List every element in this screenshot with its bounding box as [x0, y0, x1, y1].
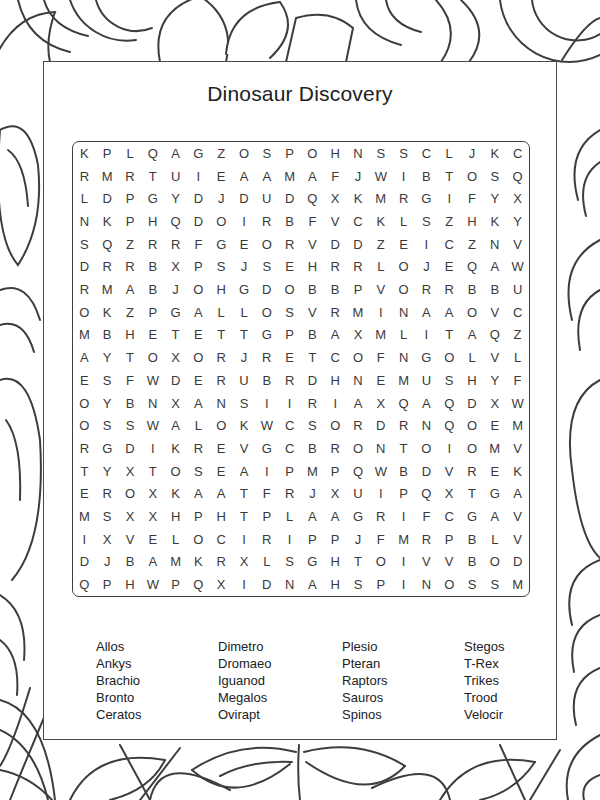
grid-cell[interactable]: E	[483, 460, 506, 483]
grid-cell[interactable]: M	[392, 528, 415, 551]
grid-cell[interactable]: H	[210, 505, 233, 528]
grid-cell[interactable]: G	[415, 187, 438, 210]
grid-cell[interactable]: F	[301, 210, 324, 233]
grid-cell[interactable]: P	[255, 505, 278, 528]
grid-cell[interactable]: S	[73, 233, 96, 256]
grid-cell[interactable]: V	[324, 210, 347, 233]
grid-cell[interactable]: A	[347, 392, 370, 415]
grid-cell[interactable]: K	[369, 210, 392, 233]
grid-cell[interactable]: O	[347, 437, 370, 460]
grid-cell[interactable]: B	[301, 437, 324, 460]
grid-cell[interactable]: Q	[96, 233, 119, 256]
grid-cell[interactable]: Z	[438, 210, 461, 233]
grid-cell[interactable]: Q	[483, 324, 506, 347]
grid-cell[interactable]: H	[324, 369, 347, 392]
grid-cell[interactable]: D	[164, 369, 187, 392]
grid-cell[interactable]: O	[119, 483, 142, 506]
grid-cell[interactable]: J	[210, 187, 233, 210]
grid-cell[interactable]: I	[392, 165, 415, 188]
grid-cell[interactable]: O	[324, 414, 347, 437]
grid-cell[interactable]: U	[506, 278, 529, 301]
grid-cell[interactable]: B	[415, 165, 438, 188]
grid-cell[interactable]: H	[119, 324, 142, 347]
grid-cell[interactable]: S	[461, 573, 484, 596]
grid-cell[interactable]: L	[210, 301, 233, 324]
grid-cell[interactable]: B	[141, 256, 164, 279]
grid-cell[interactable]: Q	[506, 165, 529, 188]
grid-cell[interactable]: A	[506, 483, 529, 506]
grid-cell[interactable]: R	[278, 369, 301, 392]
grid-cell[interactable]: L	[255, 551, 278, 574]
grid-cell[interactable]: L	[506, 346, 529, 369]
grid-cell[interactable]: A	[164, 142, 187, 165]
grid-cell[interactable]: R	[119, 165, 142, 188]
grid-cell[interactable]: P	[96, 573, 119, 596]
grid-cell[interactable]: B	[141, 278, 164, 301]
grid-cell[interactable]: G	[233, 278, 256, 301]
grid-cell[interactable]: R	[324, 256, 347, 279]
grid-cell[interactable]: E	[210, 460, 233, 483]
grid-cell[interactable]: B	[255, 369, 278, 392]
grid-cell[interactable]: R	[415, 528, 438, 551]
grid-cell[interactable]: K	[187, 551, 210, 574]
grid-cell[interactable]: A	[73, 346, 96, 369]
grid-cell[interactable]: O	[187, 278, 210, 301]
grid-cell[interactable]: M	[483, 437, 506, 460]
grid-cell[interactable]: C	[438, 505, 461, 528]
grid-cell[interactable]: G	[255, 437, 278, 460]
grid-cell[interactable]: Q	[461, 256, 484, 279]
grid-cell[interactable]: M	[369, 187, 392, 210]
grid-cell[interactable]: J	[233, 346, 256, 369]
grid-cell[interactable]: B	[461, 528, 484, 551]
grid-cell[interactable]: O	[187, 346, 210, 369]
grid-cell[interactable]: Q	[301, 187, 324, 210]
grid-cell[interactable]: G	[96, 437, 119, 460]
grid-cell[interactable]: I	[392, 551, 415, 574]
grid-cell[interactable]: E	[233, 233, 256, 256]
grid-cell[interactable]: D	[73, 256, 96, 279]
grid-cell[interactable]: B	[483, 278, 506, 301]
grid-cell[interactable]: A	[301, 573, 324, 596]
grid-cell[interactable]: U	[233, 369, 256, 392]
grid-cell[interactable]: C	[347, 210, 370, 233]
grid-cell[interactable]: A	[415, 301, 438, 324]
grid-cell[interactable]: R	[255, 210, 278, 233]
grid-cell[interactable]: O	[347, 346, 370, 369]
grid-cell[interactable]: E	[187, 369, 210, 392]
grid-cell[interactable]: O	[415, 437, 438, 460]
grid-cell[interactable]: R	[119, 256, 142, 279]
grid-cell[interactable]: A	[119, 278, 142, 301]
grid-cell[interactable]: B	[461, 551, 484, 574]
grid-cell[interactable]: R	[415, 278, 438, 301]
grid-cell[interactable]: B	[301, 278, 324, 301]
grid-cell[interactable]: M	[164, 551, 187, 574]
grid-cell[interactable]: L	[187, 414, 210, 437]
grid-cell[interactable]: R	[96, 256, 119, 279]
grid-cell[interactable]: S	[415, 210, 438, 233]
grid-cell[interactable]: L	[392, 324, 415, 347]
grid-cell[interactable]: T	[119, 346, 142, 369]
grid-cell[interactable]: O	[255, 233, 278, 256]
grid-cell[interactable]: H	[324, 551, 347, 574]
grid-cell[interactable]: D	[461, 392, 484, 415]
grid-cell[interactable]: R	[347, 256, 370, 279]
grid-cell[interactable]: X	[141, 505, 164, 528]
grid-cell[interactable]: E	[210, 165, 233, 188]
grid-cell[interactable]: H	[324, 142, 347, 165]
grid-cell[interactable]: K	[233, 414, 256, 437]
grid-cell[interactable]: T	[164, 324, 187, 347]
grid-cell[interactable]: S	[278, 551, 301, 574]
grid-cell[interactable]: H	[164, 505, 187, 528]
grid-cell[interactable]: O	[278, 278, 301, 301]
grid-cell[interactable]: I	[141, 437, 164, 460]
grid-cell[interactable]: C	[210, 528, 233, 551]
grid-cell[interactable]: H	[119, 573, 142, 596]
grid-cell[interactable]: A	[187, 392, 210, 415]
grid-cell[interactable]: M	[369, 324, 392, 347]
grid-cell[interactable]: Y	[96, 392, 119, 415]
grid-cell[interactable]: D	[73, 551, 96, 574]
grid-cell[interactable]: H	[141, 210, 164, 233]
grid-cell[interactable]: O	[73, 414, 96, 437]
grid-cell[interactable]: D	[187, 210, 210, 233]
grid-cell[interactable]: M	[506, 573, 529, 596]
grid-cell[interactable]: E	[483, 414, 506, 437]
grid-cell[interactable]: C	[278, 437, 301, 460]
grid-cell[interactable]: A	[255, 165, 278, 188]
grid-cell[interactable]: X	[164, 346, 187, 369]
grid-cell[interactable]: I	[415, 233, 438, 256]
grid-cell[interactable]: Q	[141, 142, 164, 165]
grid-cell[interactable]: Q	[164, 210, 187, 233]
grid-cell[interactable]: S	[392, 142, 415, 165]
grid-cell[interactable]: Q	[438, 392, 461, 415]
grid-cell[interactable]: I	[278, 528, 301, 551]
grid-cell[interactable]: S	[369, 142, 392, 165]
grid-cell[interactable]: T	[438, 324, 461, 347]
grid-cell[interactable]: P	[324, 460, 347, 483]
grid-cell[interactable]: X	[164, 256, 187, 279]
grid-cell[interactable]: K	[164, 437, 187, 460]
grid-cell[interactable]: U	[415, 369, 438, 392]
grid-cell[interactable]: S	[278, 301, 301, 324]
grid-cell[interactable]: V	[369, 278, 392, 301]
grid-cell[interactable]: E	[73, 483, 96, 506]
grid-cell[interactable]: D	[324, 233, 347, 256]
grid-cell[interactable]: L	[73, 187, 96, 210]
grid-cell[interactable]: N	[347, 369, 370, 392]
grid-cell[interactable]: L	[438, 142, 461, 165]
grid-cell[interactable]: X	[324, 483, 347, 506]
grid-cell[interactable]: P	[438, 528, 461, 551]
grid-cell[interactable]: E	[278, 346, 301, 369]
grid-cell[interactable]: K	[347, 187, 370, 210]
grid-cell[interactable]: P	[347, 278, 370, 301]
grid-cell[interactable]: O	[392, 278, 415, 301]
grid-cell[interactable]: M	[73, 324, 96, 347]
grid-cell[interactable]: Q	[392, 392, 415, 415]
grid-cell[interactable]: F	[369, 528, 392, 551]
grid-cell[interactable]: V	[301, 233, 324, 256]
grid-cell[interactable]: J	[164, 278, 187, 301]
grid-cell[interactable]: O	[73, 392, 96, 415]
grid-cell[interactable]: D	[347, 233, 370, 256]
grid-cell[interactable]: J	[233, 256, 256, 279]
grid-cell[interactable]: R	[73, 437, 96, 460]
grid-cell[interactable]: S	[119, 414, 142, 437]
grid-cell[interactable]: S	[483, 573, 506, 596]
grid-cell[interactable]: D	[119, 437, 142, 460]
grid-cell[interactable]: R	[210, 551, 233, 574]
grid-cell[interactable]: L	[233, 301, 256, 324]
grid-cell[interactable]: Y	[96, 460, 119, 483]
grid-cell[interactable]: A	[301, 505, 324, 528]
grid-cell[interactable]: X	[164, 392, 187, 415]
grid-cell[interactable]: M	[506, 414, 529, 437]
grid-cell[interactable]: N	[141, 392, 164, 415]
grid-cell[interactable]: H	[210, 278, 233, 301]
grid-cell[interactable]: P	[96, 142, 119, 165]
grid-cell[interactable]: R	[164, 233, 187, 256]
grid-cell[interactable]: V	[233, 437, 256, 460]
grid-cell[interactable]: Y	[164, 187, 187, 210]
grid-cell[interactable]: N	[347, 142, 370, 165]
grid-cell[interactable]: V	[483, 346, 506, 369]
grid-cell[interactable]: F	[461, 187, 484, 210]
grid-cell[interactable]: I	[438, 437, 461, 460]
grid-cell[interactable]: X	[369, 392, 392, 415]
grid-cell[interactable]: Q	[415, 483, 438, 506]
grid-cell[interactable]: I	[392, 505, 415, 528]
grid-cell[interactable]: D	[506, 551, 529, 574]
grid-cell[interactable]: O	[187, 528, 210, 551]
grid-cell[interactable]: R	[301, 392, 324, 415]
grid-cell[interactable]: I	[233, 210, 256, 233]
grid-cell[interactable]: V	[506, 437, 529, 460]
grid-cell[interactable]: K	[483, 142, 506, 165]
grid-cell[interactable]: J	[96, 551, 119, 574]
grid-cell[interactable]: Z	[119, 301, 142, 324]
grid-cell[interactable]: O	[141, 346, 164, 369]
grid-cell[interactable]: O	[210, 414, 233, 437]
grid-cell[interactable]: T	[73, 460, 96, 483]
grid-cell[interactable]: L	[483, 528, 506, 551]
grid-cell[interactable]: E	[73, 369, 96, 392]
grid-cell[interactable]: P	[278, 142, 301, 165]
grid-cell[interactable]: C	[506, 142, 529, 165]
grid-cell[interactable]: I	[187, 165, 210, 188]
grid-cell[interactable]: N	[392, 301, 415, 324]
grid-cell[interactable]: E	[210, 437, 233, 460]
grid-cell[interactable]: G	[164, 301, 187, 324]
grid-cell[interactable]: S	[96, 369, 119, 392]
grid-cell[interactable]: Q	[73, 573, 96, 596]
grid-cell[interactable]: X	[210, 573, 233, 596]
grid-cell[interactable]: X	[233, 551, 256, 574]
grid-cell[interactable]: G	[347, 505, 370, 528]
grid-cell[interactable]: L	[461, 346, 484, 369]
grid-cell[interactable]: B	[119, 551, 142, 574]
grid-cell[interactable]: T	[438, 165, 461, 188]
grid-cell[interactable]: R	[369, 505, 392, 528]
grid-cell[interactable]: W	[506, 392, 529, 415]
grid-cell[interactable]: W	[506, 256, 529, 279]
grid-cell[interactable]: J	[347, 528, 370, 551]
grid-cell[interactable]: R	[255, 346, 278, 369]
grid-cell[interactable]: I	[369, 483, 392, 506]
grid-cell[interactable]: N	[415, 573, 438, 596]
grid-cell[interactable]: O	[438, 573, 461, 596]
grid-cell[interactable]: P	[392, 483, 415, 506]
grid-cell[interactable]: S	[255, 256, 278, 279]
grid-cell[interactable]: R	[73, 278, 96, 301]
grid-cell[interactable]: O	[164, 460, 187, 483]
grid-cell[interactable]: D	[415, 460, 438, 483]
grid-cell[interactable]: B	[96, 324, 119, 347]
grid-cell[interactable]: O	[255, 301, 278, 324]
grid-cell[interactable]: H	[301, 256, 324, 279]
grid-cell[interactable]: O	[73, 301, 96, 324]
grid-cell[interactable]: L	[278, 505, 301, 528]
grid-cell[interactable]: H	[461, 210, 484, 233]
grid-cell[interactable]: I	[369, 301, 392, 324]
grid-cell[interactable]: E	[369, 369, 392, 392]
grid-cell[interactable]: I	[324, 392, 347, 415]
grid-cell[interactable]: W	[141, 573, 164, 596]
grid-cell[interactable]: X	[483, 392, 506, 415]
grid-cell[interactable]: T	[392, 437, 415, 460]
grid-cell[interactable]: T	[210, 324, 233, 347]
grid-cell[interactable]: I	[73, 528, 96, 551]
grid-cell[interactable]: A	[415, 392, 438, 415]
grid-cell[interactable]: O	[438, 346, 461, 369]
grid-cell[interactable]: S	[96, 505, 119, 528]
grid-cell[interactable]: R	[187, 437, 210, 460]
grid-cell[interactable]: R	[278, 483, 301, 506]
grid-cell[interactable]: H	[461, 369, 484, 392]
grid-cell[interactable]: M	[278, 165, 301, 188]
grid-cell[interactable]: P	[119, 210, 142, 233]
grid-cell[interactable]: J	[415, 256, 438, 279]
grid-cell[interactable]: A	[461, 324, 484, 347]
grid-cell[interactable]: X	[96, 528, 119, 551]
grid-cell[interactable]: R	[210, 369, 233, 392]
grid-cell[interactable]: M	[96, 278, 119, 301]
grid-cell[interactable]: U	[255, 187, 278, 210]
grid-cell[interactable]: D	[187, 187, 210, 210]
grid-cell[interactable]: Z	[461, 233, 484, 256]
grid-cell[interactable]: P	[301, 528, 324, 551]
grid-cell[interactable]: K	[483, 210, 506, 233]
grid-cell[interactable]: I	[415, 324, 438, 347]
grid-cell[interactable]: S	[255, 142, 278, 165]
grid-cell[interactable]: I	[255, 392, 278, 415]
grid-cell[interactable]: C	[278, 414, 301, 437]
grid-cell[interactable]: S	[233, 392, 256, 415]
grid-cell[interactable]: G	[141, 187, 164, 210]
grid-cell[interactable]: W	[141, 414, 164, 437]
grid-cell[interactable]: T	[141, 460, 164, 483]
grid-cell[interactable]: E	[141, 528, 164, 551]
grid-cell[interactable]: V	[301, 301, 324, 324]
grid-cell[interactable]: B	[301, 324, 324, 347]
grid-cell[interactable]: P	[278, 324, 301, 347]
grid-cell[interactable]: R	[73, 165, 96, 188]
grid-cell[interactable]: R	[347, 414, 370, 437]
grid-cell[interactable]: O	[461, 414, 484, 437]
grid-cell[interactable]: P	[187, 505, 210, 528]
grid-cell[interactable]: I	[438, 187, 461, 210]
grid-cell[interactable]: A	[438, 301, 461, 324]
grid-cell[interactable]: L	[392, 210, 415, 233]
grid-cell[interactable]: Y	[483, 187, 506, 210]
grid-cell[interactable]: I	[233, 528, 256, 551]
grid-cell[interactable]: W	[255, 414, 278, 437]
grid-cell[interactable]: Z	[119, 233, 142, 256]
grid-cell[interactable]: F	[255, 483, 278, 506]
grid-cell[interactable]: R	[255, 528, 278, 551]
grid-cell[interactable]: M	[301, 460, 324, 483]
grid-cell[interactable]: Q	[347, 460, 370, 483]
grid-cell[interactable]: D	[255, 278, 278, 301]
grid-cell[interactable]: T	[141, 165, 164, 188]
grid-cell[interactable]: Y	[96, 346, 119, 369]
grid-cell[interactable]: B	[278, 210, 301, 233]
grid-cell[interactable]: D	[278, 187, 301, 210]
grid-cell[interactable]: V	[506, 505, 529, 528]
grid-cell[interactable]: R	[324, 437, 347, 460]
grid-cell[interactable]: F	[324, 165, 347, 188]
grid-cell[interactable]: G	[187, 142, 210, 165]
grid-cell[interactable]: P	[164, 573, 187, 596]
grid-cell[interactable]: J	[347, 165, 370, 188]
grid-cell[interactable]: O	[483, 551, 506, 574]
grid-cell[interactable]: O	[461, 165, 484, 188]
grid-cell[interactable]: V	[415, 551, 438, 574]
grid-cell[interactable]: M	[347, 301, 370, 324]
grid-cell[interactable]: S	[187, 460, 210, 483]
grid-cell[interactable]: Q	[187, 573, 210, 596]
grid-cell[interactable]: N	[483, 233, 506, 256]
grid-cell[interactable]: V	[438, 460, 461, 483]
grid-cell[interactable]: X	[506, 187, 529, 210]
grid-cell[interactable]: H	[324, 573, 347, 596]
grid-cell[interactable]: N	[415, 414, 438, 437]
grid-cell[interactable]: A	[233, 460, 256, 483]
grid-cell[interactable]: D	[255, 573, 278, 596]
grid-cell[interactable]: G	[210, 233, 233, 256]
grid-cell[interactable]: V	[483, 301, 506, 324]
grid-cell[interactable]: R	[210, 346, 233, 369]
grid-cell[interactable]: C	[506, 301, 529, 324]
grid-cell[interactable]: A	[483, 256, 506, 279]
grid-cell[interactable]: O	[369, 551, 392, 574]
grid-cell[interactable]: T	[233, 324, 256, 347]
grid-cell[interactable]: F	[187, 233, 210, 256]
grid-cell[interactable]: O	[301, 142, 324, 165]
grid-cell[interactable]: S	[301, 414, 324, 437]
grid-cell[interactable]: O	[461, 437, 484, 460]
grid-cell[interactable]: X	[324, 187, 347, 210]
grid-cell[interactable]: R	[324, 301, 347, 324]
grid-cell[interactable]: R	[96, 483, 119, 506]
grid-cell[interactable]: A	[187, 301, 210, 324]
grid-cell[interactable]: Z	[210, 142, 233, 165]
grid-cell[interactable]: R	[438, 278, 461, 301]
